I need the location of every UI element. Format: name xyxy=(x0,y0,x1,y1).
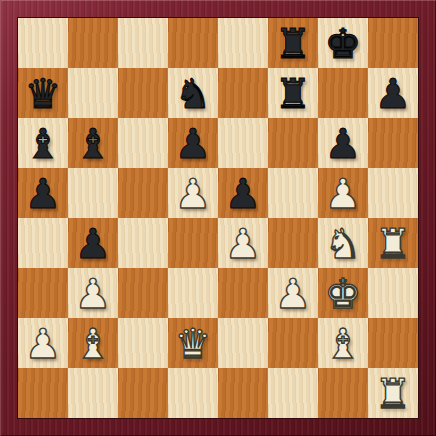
square-f6[interactable] xyxy=(268,118,318,168)
square-h6[interactable] xyxy=(368,118,418,168)
black-pawn-piece[interactable]: ♟ xyxy=(175,124,212,165)
square-f8[interactable]: ♜ xyxy=(268,18,318,68)
square-a2[interactable]: ♟ xyxy=(18,318,68,368)
black-pawn-piece[interactable]: ♟ xyxy=(375,74,412,115)
square-a5[interactable]: ♟ xyxy=(18,168,68,218)
white-pawn-piece[interactable]: ♟ xyxy=(275,274,312,315)
square-h1[interactable]: ♜ xyxy=(368,368,418,418)
square-e3[interactable] xyxy=(218,268,268,318)
black-queen-piece[interactable]: ♛ xyxy=(25,74,62,115)
square-a1[interactable] xyxy=(18,368,68,418)
square-g3[interactable]: ♚ xyxy=(318,268,368,318)
black-pawn-piece[interactable]: ♟ xyxy=(25,174,62,215)
square-h8[interactable] xyxy=(368,18,418,68)
square-d5[interactable]: ♟ xyxy=(168,168,218,218)
square-e2[interactable] xyxy=(218,318,268,368)
square-d4[interactable] xyxy=(168,218,218,268)
white-rook-piece[interactable]: ♜ xyxy=(375,374,412,415)
white-bishop-piece[interactable]: ♝ xyxy=(325,324,362,365)
square-b1[interactable] xyxy=(68,368,118,418)
square-e4[interactable]: ♟ xyxy=(218,218,268,268)
square-e8[interactable] xyxy=(218,18,268,68)
white-queen-piece[interactable]: ♛ xyxy=(175,324,212,365)
square-d7[interactable]: ♞ xyxy=(168,68,218,118)
square-a4[interactable] xyxy=(18,218,68,268)
square-h5[interactable] xyxy=(368,168,418,218)
square-c3[interactable] xyxy=(118,268,168,318)
square-d1[interactable] xyxy=(168,368,218,418)
black-king-piece[interactable]: ♚ xyxy=(325,24,362,65)
black-rook-piece[interactable]: ♜ xyxy=(275,24,312,65)
white-pawn-piece[interactable]: ♟ xyxy=(325,174,362,215)
square-b3[interactable]: ♟ xyxy=(68,268,118,318)
square-c5[interactable] xyxy=(118,168,168,218)
square-c4[interactable] xyxy=(118,218,168,268)
square-g4[interactable]: ♞ xyxy=(318,218,368,268)
square-g1[interactable] xyxy=(318,368,368,418)
white-rook-piece[interactable]: ♜ xyxy=(375,224,412,265)
square-h7[interactable]: ♟ xyxy=(368,68,418,118)
square-b8[interactable] xyxy=(68,18,118,68)
square-f4[interactable] xyxy=(268,218,318,268)
square-a6[interactable]: ♝ xyxy=(18,118,68,168)
chess-board: ♜♚♛♞♜♟♝♝♟♟♟♟♟♟♟♟♞♜♟♟♚♟♝♛♝♜ xyxy=(18,18,418,418)
square-e5[interactable]: ♟ xyxy=(218,168,268,218)
square-d3[interactable] xyxy=(168,268,218,318)
black-knight-piece[interactable]: ♞ xyxy=(175,74,212,115)
white-pawn-piece[interactable]: ♟ xyxy=(175,174,212,215)
square-c2[interactable] xyxy=(118,318,168,368)
square-d6[interactable]: ♟ xyxy=(168,118,218,168)
square-g6[interactable]: ♟ xyxy=(318,118,368,168)
square-d2[interactable]: ♛ xyxy=(168,318,218,368)
square-g5[interactable]: ♟ xyxy=(318,168,368,218)
white-knight-piece[interactable]: ♞ xyxy=(325,224,362,265)
square-f5[interactable] xyxy=(268,168,318,218)
square-e6[interactable] xyxy=(218,118,268,168)
square-a3[interactable] xyxy=(18,268,68,318)
black-rook-piece[interactable]: ♜ xyxy=(275,74,312,115)
square-c8[interactable] xyxy=(118,18,168,68)
black-bishop-piece[interactable]: ♝ xyxy=(75,124,112,165)
white-pawn-piece[interactable]: ♟ xyxy=(25,324,62,365)
black-pawn-piece[interactable]: ♟ xyxy=(325,124,362,165)
square-f7[interactable]: ♜ xyxy=(268,68,318,118)
square-d8[interactable] xyxy=(168,18,218,68)
square-g8[interactable]: ♚ xyxy=(318,18,368,68)
square-b6[interactable]: ♝ xyxy=(68,118,118,168)
square-f1[interactable] xyxy=(268,368,318,418)
black-pawn-piece[interactable]: ♟ xyxy=(75,224,112,265)
square-e7[interactable] xyxy=(218,68,268,118)
black-bishop-piece[interactable]: ♝ xyxy=(25,124,62,165)
square-h2[interactable] xyxy=(368,318,418,368)
square-h3[interactable] xyxy=(368,268,418,318)
square-f2[interactable] xyxy=(268,318,318,368)
white-king-piece[interactable]: ♚ xyxy=(325,274,362,315)
square-c1[interactable] xyxy=(118,368,168,418)
square-g2[interactable]: ♝ xyxy=(318,318,368,368)
square-a7[interactable]: ♛ xyxy=(18,68,68,118)
square-h4[interactable]: ♜ xyxy=(368,218,418,268)
square-b4[interactable]: ♟ xyxy=(68,218,118,268)
white-pawn-piece[interactable]: ♟ xyxy=(75,274,112,315)
square-g7[interactable] xyxy=(318,68,368,118)
square-b7[interactable] xyxy=(68,68,118,118)
square-a8[interactable] xyxy=(18,18,68,68)
square-e1[interactable] xyxy=(218,368,268,418)
square-b5[interactable] xyxy=(68,168,118,218)
square-c6[interactable] xyxy=(118,118,168,168)
black-pawn-piece[interactable]: ♟ xyxy=(225,174,262,215)
board-frame: ♜♚♛♞♜♟♝♝♟♟♟♟♟♟♟♟♞♜♟♟♚♟♝♛♝♜ xyxy=(0,0,436,436)
square-b2[interactable]: ♝ xyxy=(68,318,118,368)
white-pawn-piece[interactable]: ♟ xyxy=(225,224,262,265)
white-bishop-piece[interactable]: ♝ xyxy=(75,324,112,365)
square-c7[interactable] xyxy=(118,68,168,118)
square-f3[interactable]: ♟ xyxy=(268,268,318,318)
